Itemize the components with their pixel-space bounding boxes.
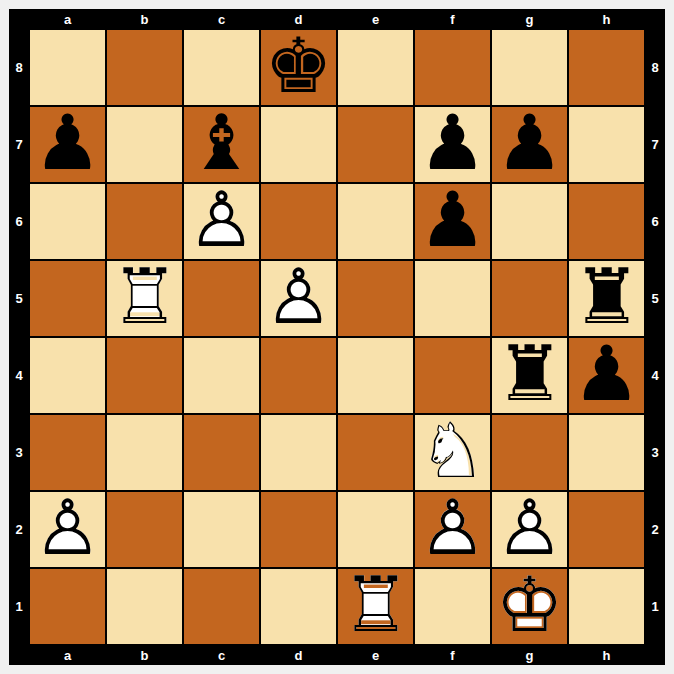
file-label-c-bottom: c [183,645,260,665]
rank-labels-right: 87654321 [645,29,665,645]
white-piece-outline: ♖ [338,569,413,644]
black-piece-glyph: ♟ [415,184,490,259]
square-e5[interactable] [337,260,414,337]
square-h2[interactable] [568,491,645,568]
square-b1[interactable] [106,568,183,645]
square-h1[interactable] [568,568,645,645]
square-b2[interactable] [106,491,183,568]
rank-label-6-right: 6 [645,183,665,260]
piece-black-bishop[interactable]: ♝ [184,107,259,182]
square-g6[interactable] [491,183,568,260]
square-a1[interactable] [29,568,106,645]
square-a7[interactable]: ♟ [29,106,106,183]
black-piece-glyph: ♟ [30,107,105,182]
square-b5[interactable]: ♜♖ [106,260,183,337]
rank-label-5-left: 5 [9,260,29,337]
white-piece-outline: ♙ [415,492,490,567]
square-h8[interactable] [568,29,645,106]
board-frame: abcdefgh abcdefgh 87654321 87654321 ♚♟♝♟… [9,9,665,665]
square-f3[interactable]: ♞♘ [414,414,491,491]
piece-white-rook[interactable]: ♜♖ [107,261,182,336]
square-b8[interactable] [106,29,183,106]
square-g3[interactable] [491,414,568,491]
square-e1[interactable]: ♜♖ [337,568,414,645]
square-h4[interactable]: ♟ [568,337,645,414]
white-piece-outline: ♘ [415,415,490,490]
square-e4[interactable] [337,337,414,414]
square-c6[interactable]: ♟♙ [183,183,260,260]
square-a3[interactable] [29,414,106,491]
file-label-h-top: h [568,9,645,29]
rank-label-6-left: 6 [9,183,29,260]
black-piece-glyph: ♟ [569,338,644,413]
square-c5[interactable] [183,260,260,337]
white-piece-outline: ♙ [184,184,259,259]
square-a6[interactable] [29,183,106,260]
square-e2[interactable] [337,491,414,568]
black-piece-glyph: ♟ [492,107,567,182]
square-h5[interactable]: ♜ [568,260,645,337]
piece-white-pawn[interactable]: ♟♙ [415,492,490,567]
rank-label-8-left: 8 [9,29,29,106]
square-b6[interactable] [106,183,183,260]
square-h7[interactable] [568,106,645,183]
rank-label-2-right: 2 [645,491,665,568]
piece-white-pawn[interactable]: ♟♙ [30,492,105,567]
file-labels-top: abcdefgh [29,9,645,29]
piece-white-pawn[interactable]: ♟♙ [492,492,567,567]
square-d6[interactable] [260,183,337,260]
file-label-h-bottom: h [568,645,645,665]
piece-black-pawn[interactable]: ♟ [492,107,567,182]
square-e3[interactable] [337,414,414,491]
square-c1[interactable] [183,568,260,645]
rank-label-7-left: 7 [9,106,29,183]
square-d5[interactable]: ♟♙ [260,260,337,337]
rank-label-5-right: 5 [645,260,665,337]
square-h6[interactable] [568,183,645,260]
rank-label-1-right: 1 [645,568,665,645]
file-label-b-bottom: b [106,645,183,665]
file-label-a-top: a [29,9,106,29]
rank-label-3-left: 3 [9,414,29,491]
file-label-d-bottom: d [260,645,337,665]
black-piece-glyph: ♜ [569,261,644,336]
square-f4[interactable] [414,337,491,414]
square-f1[interactable] [414,568,491,645]
file-label-e-top: e [337,9,414,29]
square-d8[interactable]: ♚ [260,29,337,106]
square-a4[interactable] [29,337,106,414]
white-piece-outline: ♙ [261,261,336,336]
black-piece-glyph: ♜ [492,338,567,413]
chess-board: ♚♟♝♟♟♟♙♟♜♖♟♙♜♜♟♞♘♟♙♟♙♟♙♜♖♚♔ [29,29,645,645]
piece-black-pawn[interactable]: ♟ [415,184,490,259]
square-h3[interactable] [568,414,645,491]
white-piece-outline: ♙ [492,492,567,567]
piece-black-rook[interactable]: ♜ [569,261,644,336]
square-c4[interactable] [183,337,260,414]
piece-white-king[interactable]: ♚♔ [492,569,567,644]
piece-white-pawn[interactable]: ♟♙ [184,184,259,259]
square-g7[interactable]: ♟ [491,106,568,183]
square-c7[interactable]: ♝ [183,106,260,183]
rank-label-4-left: 4 [9,337,29,414]
square-d1[interactable] [260,568,337,645]
square-g1[interactable]: ♚♔ [491,568,568,645]
white-piece-outline: ♔ [492,569,567,644]
square-f6[interactable]: ♟ [414,183,491,260]
piece-white-pawn[interactable]: ♟♙ [261,261,336,336]
piece-black-rook[interactable]: ♜ [492,338,567,413]
file-label-g-top: g [491,9,568,29]
rank-label-8-right: 8 [645,29,665,106]
square-f5[interactable] [414,260,491,337]
square-e7[interactable] [337,106,414,183]
square-d3[interactable] [260,414,337,491]
square-d4[interactable] [260,337,337,414]
square-g5[interactable] [491,260,568,337]
piece-black-pawn[interactable]: ♟ [569,338,644,413]
square-a5[interactable] [29,260,106,337]
black-piece-glyph: ♟ [415,107,490,182]
square-c8[interactable] [183,29,260,106]
square-f2[interactable]: ♟♙ [414,491,491,568]
piece-white-knight[interactable]: ♞♘ [415,415,490,490]
square-c2[interactable] [183,491,260,568]
rank-label-4-right: 4 [645,337,665,414]
file-label-f-top: f [414,9,491,29]
square-a8[interactable] [29,29,106,106]
square-g2[interactable]: ♟♙ [491,491,568,568]
square-b3[interactable] [106,414,183,491]
square-g4[interactable]: ♜ [491,337,568,414]
rank-labels-left: 87654321 [9,29,29,645]
square-b4[interactable] [106,337,183,414]
rank-label-2-left: 2 [9,491,29,568]
square-e6[interactable] [337,183,414,260]
file-label-a-bottom: a [29,645,106,665]
square-a2[interactable]: ♟♙ [29,491,106,568]
white-piece-outline: ♙ [30,492,105,567]
rank-label-1-left: 1 [9,568,29,645]
square-c3[interactable] [183,414,260,491]
square-f8[interactable] [414,29,491,106]
rank-label-7-right: 7 [645,106,665,183]
square-g8[interactable] [491,29,568,106]
piece-white-rook[interactable]: ♜♖ [338,569,413,644]
piece-black-king[interactable]: ♚ [261,30,336,105]
square-b7[interactable] [106,106,183,183]
file-label-b-top: b [106,9,183,29]
piece-black-pawn[interactable]: ♟ [415,107,490,182]
white-piece-outline: ♖ [107,261,182,336]
square-d7[interactable] [260,106,337,183]
square-e8[interactable] [337,29,414,106]
file-label-c-top: c [183,9,260,29]
black-piece-glyph: ♝ [184,107,259,182]
file-label-f-bottom: f [414,645,491,665]
square-f7[interactable]: ♟ [414,106,491,183]
black-piece-glyph: ♚ [261,30,336,105]
rank-label-3-right: 3 [645,414,665,491]
square-d2[interactable] [260,491,337,568]
piece-black-pawn[interactable]: ♟ [30,107,105,182]
